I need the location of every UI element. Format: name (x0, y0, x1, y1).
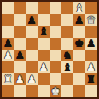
piece-black-pawn[interactable]: ♟ (74, 14, 83, 25)
square-b5[interactable] (14, 38, 26, 50)
square-c1[interactable] (26, 85, 38, 97)
square-b3[interactable] (14, 61, 26, 73)
square-e1[interactable]: ♚ (50, 85, 62, 97)
square-f2[interactable] (61, 73, 73, 85)
square-e5[interactable] (50, 38, 62, 50)
square-d6[interactable]: ♝ (38, 26, 50, 38)
square-a2[interactable]: ♜ (2, 73, 14, 85)
piece-black-rook[interactable]: ♜ (86, 73, 95, 84)
square-d7[interactable] (38, 14, 50, 26)
piece-black-pawn[interactable]: ♟ (27, 14, 36, 25)
chessboard: ♝♟♟♛♝♟♚♟♟♟♞♟♝♟♜♟♟♜♚ (2, 2, 97, 97)
square-h7[interactable]: ♛ (85, 14, 97, 26)
square-g7[interactable]: ♟ (73, 14, 85, 26)
piece-white-pawn[interactable]: ♟ (39, 62, 48, 73)
square-b6[interactable] (14, 26, 26, 38)
square-b4[interactable]: ♟ (14, 50, 26, 62)
square-h4[interactable] (85, 50, 97, 62)
square-e3[interactable] (50, 61, 62, 73)
square-c5[interactable] (26, 38, 38, 50)
square-f5[interactable] (61, 38, 73, 50)
square-f4[interactable]: ♞ (61, 50, 73, 62)
piece-black-bishop[interactable]: ♝ (39, 26, 48, 37)
square-g5[interactable]: ♚ (73, 38, 85, 50)
square-g2[interactable] (73, 73, 85, 85)
square-h6[interactable] (85, 26, 97, 38)
square-a7[interactable] (2, 14, 14, 26)
square-f3[interactable]: ♝ (61, 61, 73, 73)
square-a3[interactable] (2, 61, 14, 73)
piece-black-bishop[interactable]: ♝ (63, 62, 72, 73)
square-c3[interactable] (26, 61, 38, 73)
square-f1[interactable] (61, 85, 73, 97)
square-c2[interactable]: ♟ (26, 73, 38, 85)
square-a1[interactable] (2, 85, 14, 97)
piece-white-pawn[interactable]: ♟ (15, 73, 24, 84)
square-c7[interactable]: ♟ (26, 14, 38, 26)
square-b2[interactable]: ♟ (14, 73, 26, 85)
square-e7[interactable] (50, 14, 62, 26)
piece-black-pawn[interactable]: ♟ (86, 38, 95, 49)
square-d2[interactable] (38, 73, 50, 85)
piece-white-pawn[interactable]: ♟ (3, 50, 12, 61)
square-g3[interactable] (73, 61, 85, 73)
square-h5[interactable]: ♟ (85, 38, 97, 50)
square-d5[interactable] (38, 38, 50, 50)
square-d4[interactable] (38, 50, 50, 62)
square-e8[interactable] (50, 2, 62, 14)
piece-black-king[interactable]: ♚ (74, 38, 83, 49)
square-b8[interactable] (14, 2, 26, 14)
square-f7[interactable] (61, 14, 73, 26)
square-h8[interactable] (85, 2, 97, 14)
square-c4[interactable] (26, 50, 38, 62)
square-d8[interactable] (38, 2, 50, 14)
piece-white-pawn[interactable]: ♟ (27, 73, 36, 84)
square-c6[interactable] (26, 26, 38, 38)
square-c8[interactable] (26, 2, 38, 14)
square-g6[interactable] (73, 26, 85, 38)
square-e2[interactable] (50, 73, 62, 85)
square-a5[interactable]: ♟ (2, 38, 14, 50)
piece-black-pawn[interactable]: ♟ (15, 50, 24, 61)
square-d3[interactable]: ♟ (38, 61, 50, 73)
piece-white-king[interactable]: ♚ (51, 85, 60, 96)
square-a4[interactable]: ♟ (2, 50, 14, 62)
square-b1[interactable] (14, 85, 26, 97)
piece-white-pawn[interactable]: ♟ (86, 62, 95, 73)
square-a8[interactable] (2, 2, 14, 14)
square-f8[interactable] (61, 2, 73, 14)
square-h3[interactable]: ♟ (85, 61, 97, 73)
square-h1[interactable] (85, 85, 97, 97)
chessboard-frame: ♝♟♟♛♝♟♚♟♟♟♞♟♝♟♜♟♟♜♚ (0, 0, 99, 99)
square-b7[interactable] (14, 14, 26, 26)
square-a6[interactable] (2, 26, 14, 38)
square-g1[interactable] (73, 85, 85, 97)
square-d1[interactable] (38, 85, 50, 97)
piece-black-pawn[interactable]: ♟ (3, 38, 12, 49)
square-e4[interactable] (50, 50, 62, 62)
square-h2[interactable]: ♜ (85, 73, 97, 85)
piece-white-queen[interactable]: ♛ (86, 14, 95, 25)
piece-black-knight[interactable]: ♞ (63, 50, 72, 61)
piece-white-bishop[interactable]: ♝ (74, 2, 83, 13)
square-e6[interactable] (50, 26, 62, 38)
piece-white-rook[interactable]: ♜ (3, 73, 12, 84)
square-f6[interactable] (61, 26, 73, 38)
square-g8[interactable]: ♝ (73, 2, 85, 14)
square-g4[interactable] (73, 50, 85, 62)
